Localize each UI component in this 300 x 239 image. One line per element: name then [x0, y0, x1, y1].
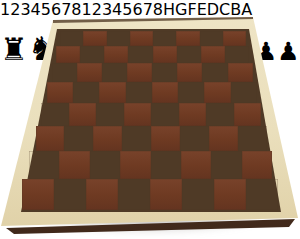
file-label-h: H	[163, 0, 175, 19]
file-label-a: A	[241, 0, 252, 19]
square-e1[interactable]	[130, 31, 153, 46]
square-f4[interactable]	[99, 82, 125, 103]
square-h3[interactable]	[52, 63, 77, 82]
square-b6[interactable]	[209, 126, 238, 151]
square-g8[interactable]	[54, 179, 86, 210]
rank-label-left-4: 4	[31, 0, 41, 19]
square-c4[interactable]	[178, 82, 204, 103]
file-label-e: E	[197, 0, 207, 19]
square-f3[interactable]	[102, 63, 127, 82]
piece-white-pawn-f2[interactable]: ♟	[299, 37, 300, 66]
square-d1[interactable]	[153, 31, 176, 46]
square-a2[interactable]	[225, 46, 249, 63]
square-f7[interactable]	[90, 151, 120, 179]
square-g3[interactable]	[77, 63, 102, 82]
square-g6[interactable]	[64, 126, 93, 151]
square-h7[interactable]	[29, 151, 59, 179]
square-h6[interactable]	[36, 126, 65, 151]
rank-label-left-6: 6	[51, 0, 61, 19]
file-label-c: C	[219, 0, 230, 19]
square-c1[interactable]	[176, 31, 199, 46]
square-f5[interactable]	[96, 103, 124, 126]
rank-label-left-2: 2	[10, 0, 20, 19]
square-a4[interactable]	[231, 82, 257, 103]
square-a1[interactable]	[223, 31, 246, 46]
file-label-f: F	[187, 0, 196, 19]
square-e4[interactable]	[126, 82, 152, 103]
square-e3[interactable]	[127, 63, 152, 82]
square-h5[interactable]	[41, 103, 69, 126]
square-b2[interactable]	[201, 46, 225, 63]
square-f1[interactable]	[107, 31, 130, 46]
rank-label-left-3: 3	[20, 0, 30, 19]
square-b1[interactable]	[200, 31, 223, 46]
piece-white-pawn-g2[interactable]: ♟	[277, 37, 299, 66]
rank-label-right-5: 5	[122, 0, 132, 19]
square-g7[interactable]	[59, 151, 89, 179]
square-f2[interactable]	[104, 46, 128, 63]
rank-label-right-3: 3	[102, 0, 112, 19]
square-b8[interactable]	[214, 179, 246, 210]
file-label-d: D	[207, 0, 219, 19]
piece-white-rook-h1[interactable]: ♜	[0, 31, 28, 67]
square-f6[interactable]	[93, 126, 122, 151]
rank-label-right-1: 1	[82, 0, 92, 19]
square-h8[interactable]	[22, 179, 54, 210]
rank-label-right-4: 4	[112, 0, 122, 19]
square-d7[interactable]	[151, 151, 181, 179]
square-e6[interactable]	[122, 126, 151, 151]
rank-label-left-5: 5	[41, 0, 51, 19]
square-b7[interactable]	[211, 151, 241, 179]
square-a5[interactable]	[234, 103, 262, 126]
square-b4[interactable]	[204, 82, 230, 103]
square-h2[interactable]	[56, 46, 80, 63]
square-a6[interactable]	[238, 126, 267, 151]
square-g2[interactable]	[80, 46, 104, 63]
square-c3[interactable]	[177, 63, 202, 82]
square-d6[interactable]	[151, 126, 180, 151]
square-e5[interactable]	[124, 103, 152, 126]
square-c7[interactable]	[181, 151, 211, 179]
square-c5[interactable]	[179, 103, 207, 126]
coordinate-labels: 1234567812345678HGFEDCBA	[0, 0, 300, 19]
square-d4[interactable]	[152, 82, 178, 103]
rank-label-right-6: 6	[132, 0, 142, 19]
square-a7[interactable]	[242, 151, 272, 179]
square-d3[interactable]	[152, 63, 177, 82]
square-b3[interactable]	[202, 63, 227, 82]
square-b5[interactable]	[206, 103, 234, 126]
square-c8[interactable]	[182, 179, 214, 210]
square-g4[interactable]	[73, 82, 99, 103]
rank-label-right-2: 2	[92, 0, 102, 19]
square-a3[interactable]	[228, 63, 253, 82]
rank-label-left-8: 8	[71, 0, 81, 19]
square-c6[interactable]	[180, 126, 209, 151]
square-h4[interactable]	[47, 82, 73, 103]
square-a8[interactable]	[246, 179, 278, 210]
square-h1[interactable]	[60, 31, 83, 46]
file-label-b: B	[230, 0, 241, 19]
square-e8[interactable]	[118, 179, 150, 210]
chess-set-photo: 1234567812345678HGFEDCBA ♜♞♝♚♛♝♞♜♟♟♟♟♟♟♟…	[0, 0, 300, 239]
square-d5[interactable]	[151, 103, 179, 126]
square-e2[interactable]	[128, 46, 152, 63]
rank-label-left-1: 1	[0, 0, 10, 19]
rank-label-right-8: 8	[153, 0, 163, 19]
square-d8[interactable]	[150, 179, 182, 210]
square-d2[interactable]	[153, 46, 177, 63]
rank-label-left-7: 7	[61, 0, 71, 19]
square-f8[interactable]	[86, 179, 118, 210]
square-e7[interactable]	[120, 151, 150, 179]
file-label-g: G	[175, 0, 187, 19]
square-c2[interactable]	[177, 46, 201, 63]
square-g1[interactable]	[83, 31, 106, 46]
square-g5[interactable]	[69, 103, 97, 126]
rank-label-right-7: 7	[143, 0, 153, 19]
